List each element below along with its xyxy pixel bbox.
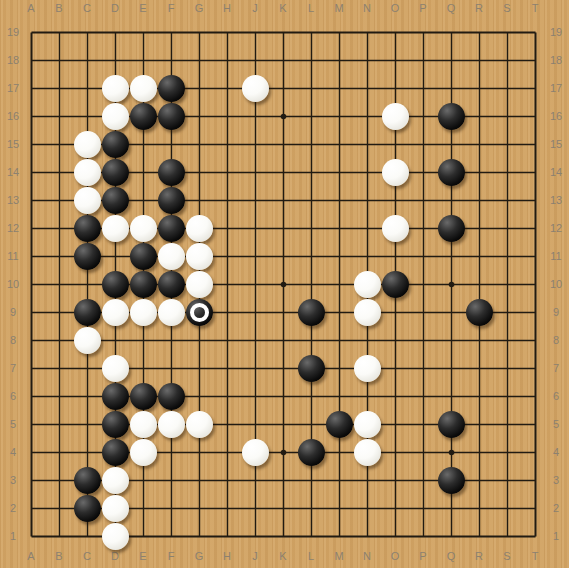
intersection-F14[interactable] [157,158,185,186]
intersection-M11[interactable] [325,242,353,270]
intersection-K14[interactable] [269,158,297,186]
intersection-L19[interactable] [297,18,325,46]
intersection-E14[interactable] [129,158,157,186]
intersection-K16[interactable] [269,102,297,130]
intersection-J13[interactable] [241,186,269,214]
intersection-Q9[interactable] [437,298,465,326]
intersection-N11[interactable] [353,242,381,270]
intersection-S1[interactable] [493,522,521,550]
intersection-T11[interactable] [521,242,549,270]
intersection-J6[interactable] [241,382,269,410]
intersection-Q1[interactable] [437,522,465,550]
intersection-R1[interactable] [465,522,493,550]
intersection-M15[interactable] [325,130,353,158]
intersection-G14[interactable] [185,158,213,186]
intersection-M4[interactable] [325,438,353,466]
intersection-D18[interactable] [101,46,129,74]
intersection-T16[interactable] [521,102,549,130]
intersection-R15[interactable] [465,130,493,158]
intersection-K3[interactable] [269,466,297,494]
intersection-S8[interactable] [493,326,521,354]
intersection-H16[interactable] [213,102,241,130]
intersection-K12[interactable] [269,214,297,242]
intersection-K6[interactable] [269,382,297,410]
intersection-O13[interactable] [381,186,409,214]
intersection-T19[interactable] [521,18,549,46]
intersection-C18[interactable] [73,46,101,74]
intersection-G2[interactable] [185,494,213,522]
intersection-E6[interactable] [129,382,157,410]
intersection-F18[interactable] [157,46,185,74]
intersection-Q5[interactable] [437,410,465,438]
intersection-C17[interactable] [73,74,101,102]
intersection-M9[interactable] [325,298,353,326]
intersection-Q2[interactable] [437,494,465,522]
intersection-C8[interactable] [73,326,101,354]
intersection-S10[interactable] [493,270,521,298]
intersection-T7[interactable] [521,354,549,382]
intersection-E18[interactable] [129,46,157,74]
intersection-E16[interactable] [129,102,157,130]
intersection-D15[interactable] [101,130,129,158]
intersection-F3[interactable] [157,466,185,494]
intersection-O18[interactable] [381,46,409,74]
intersection-F11[interactable] [157,242,185,270]
intersection-T18[interactable] [521,46,549,74]
intersection-L6[interactable] [297,382,325,410]
intersection-T4[interactable] [521,438,549,466]
intersection-D2[interactable] [101,494,129,522]
intersection-K7[interactable] [269,354,297,382]
intersection-J11[interactable] [241,242,269,270]
intersection-M3[interactable] [325,466,353,494]
intersection-K8[interactable] [269,326,297,354]
intersection-D16[interactable] [101,102,129,130]
intersection-H1[interactable] [213,522,241,550]
intersection-E4[interactable] [129,438,157,466]
intersection-P16[interactable] [409,102,437,130]
intersection-M12[interactable] [325,214,353,242]
intersection-C14[interactable] [73,158,101,186]
intersection-C12[interactable] [73,214,101,242]
intersection-T8[interactable] [521,326,549,354]
intersection-P11[interactable] [409,242,437,270]
intersection-K15[interactable] [269,130,297,158]
intersection-K10[interactable] [269,270,297,298]
intersection-N19[interactable] [353,18,381,46]
intersection-T17[interactable] [521,74,549,102]
intersection-P2[interactable] [409,494,437,522]
intersection-P3[interactable] [409,466,437,494]
intersection-K9[interactable] [269,298,297,326]
intersection-O16[interactable] [381,102,409,130]
intersection-S16[interactable] [493,102,521,130]
intersection-L7[interactable] [297,354,325,382]
intersection-H3[interactable] [213,466,241,494]
intersection-L15[interactable] [297,130,325,158]
intersection-T2[interactable] [521,494,549,522]
intersection-T10[interactable] [521,270,549,298]
intersection-R7[interactable] [465,354,493,382]
intersection-F9[interactable] [157,298,185,326]
intersection-S4[interactable] [493,438,521,466]
intersection-F4[interactable] [157,438,185,466]
intersection-L12[interactable] [297,214,325,242]
intersection-S3[interactable] [493,466,521,494]
intersection-L17[interactable] [297,74,325,102]
intersection-O6[interactable] [381,382,409,410]
intersection-T1[interactable] [521,522,549,550]
intersection-J16[interactable] [241,102,269,130]
intersection-F15[interactable] [157,130,185,158]
intersection-G15[interactable] [185,130,213,158]
intersection-G9[interactable] [185,298,213,326]
intersection-C2[interactable] [73,494,101,522]
intersection-A18[interactable] [17,46,45,74]
intersection-S7[interactable] [493,354,521,382]
intersection-T13[interactable] [521,186,549,214]
intersection-N14[interactable] [353,158,381,186]
intersection-A14[interactable] [17,158,45,186]
intersection-F12[interactable] [157,214,185,242]
intersection-Q6[interactable] [437,382,465,410]
intersection-A2[interactable] [17,494,45,522]
intersection-P19[interactable] [409,18,437,46]
intersection-B14[interactable] [45,158,73,186]
intersection-A6[interactable] [17,382,45,410]
intersection-F10[interactable] [157,270,185,298]
intersection-M6[interactable] [325,382,353,410]
intersection-A5[interactable] [17,410,45,438]
intersection-H12[interactable] [213,214,241,242]
intersection-H9[interactable] [213,298,241,326]
intersection-K19[interactable] [269,18,297,46]
intersection-K5[interactable] [269,410,297,438]
intersection-M2[interactable] [325,494,353,522]
intersection-Q8[interactable] [437,326,465,354]
intersection-C4[interactable] [73,438,101,466]
intersection-C10[interactable] [73,270,101,298]
intersection-N17[interactable] [353,74,381,102]
intersection-J7[interactable] [241,354,269,382]
intersection-F6[interactable] [157,382,185,410]
intersection-D11[interactable] [101,242,129,270]
intersection-S9[interactable] [493,298,521,326]
intersection-P18[interactable] [409,46,437,74]
intersection-R9[interactable] [465,298,493,326]
intersection-D19[interactable] [101,18,129,46]
intersection-Q14[interactable] [437,158,465,186]
intersection-E5[interactable] [129,410,157,438]
intersection-M1[interactable] [325,522,353,550]
intersection-H4[interactable] [213,438,241,466]
intersection-L11[interactable] [297,242,325,270]
intersection-S15[interactable] [493,130,521,158]
intersection-E19[interactable] [129,18,157,46]
intersection-N12[interactable] [353,214,381,242]
intersection-P9[interactable] [409,298,437,326]
intersection-N7[interactable] [353,354,381,382]
intersection-D3[interactable] [101,466,129,494]
intersection-O19[interactable] [381,18,409,46]
intersection-H7[interactable] [213,354,241,382]
intersection-A17[interactable] [17,74,45,102]
intersection-F2[interactable] [157,494,185,522]
intersection-O7[interactable] [381,354,409,382]
intersection-P10[interactable] [409,270,437,298]
intersection-H15[interactable] [213,130,241,158]
intersection-H8[interactable] [213,326,241,354]
intersection-D14[interactable] [101,158,129,186]
intersection-F16[interactable] [157,102,185,130]
intersection-D6[interactable] [101,382,129,410]
intersection-L18[interactable] [297,46,325,74]
intersection-R8[interactable] [465,326,493,354]
intersection-P7[interactable] [409,354,437,382]
intersection-C7[interactable] [73,354,101,382]
intersection-M7[interactable] [325,354,353,382]
intersection-B11[interactable] [45,242,73,270]
intersection-B17[interactable] [45,74,73,102]
intersection-A4[interactable] [17,438,45,466]
intersection-D5[interactable] [101,410,129,438]
intersection-J2[interactable] [241,494,269,522]
intersection-G4[interactable] [185,438,213,466]
intersection-S5[interactable] [493,410,521,438]
intersection-E7[interactable] [129,354,157,382]
intersection-R3[interactable] [465,466,493,494]
intersection-G13[interactable] [185,186,213,214]
intersection-J15[interactable] [241,130,269,158]
intersection-P6[interactable] [409,382,437,410]
intersection-B13[interactable] [45,186,73,214]
intersection-P8[interactable] [409,326,437,354]
intersection-O17[interactable] [381,74,409,102]
intersection-M17[interactable] [325,74,353,102]
intersection-C16[interactable] [73,102,101,130]
intersection-G17[interactable] [185,74,213,102]
intersection-M16[interactable] [325,102,353,130]
intersection-O2[interactable] [381,494,409,522]
intersection-C3[interactable] [73,466,101,494]
intersection-E8[interactable] [129,326,157,354]
intersection-Q10[interactable] [437,270,465,298]
intersection-L5[interactable] [297,410,325,438]
intersection-O8[interactable] [381,326,409,354]
intersection-S18[interactable] [493,46,521,74]
intersection-D10[interactable] [101,270,129,298]
intersection-Q17[interactable] [437,74,465,102]
intersection-F19[interactable] [157,18,185,46]
intersection-G7[interactable] [185,354,213,382]
intersection-T9[interactable] [521,298,549,326]
intersection-E13[interactable] [129,186,157,214]
intersection-G12[interactable] [185,214,213,242]
intersection-A10[interactable] [17,270,45,298]
intersection-J14[interactable] [241,158,269,186]
intersection-D7[interactable] [101,354,129,382]
intersection-A12[interactable] [17,214,45,242]
intersection-B19[interactable] [45,18,73,46]
intersection-M10[interactable] [325,270,353,298]
intersection-J12[interactable] [241,214,269,242]
intersection-B2[interactable] [45,494,73,522]
intersection-M18[interactable] [325,46,353,74]
intersection-S13[interactable] [493,186,521,214]
intersection-B6[interactable] [45,382,73,410]
intersection-D12[interactable] [101,214,129,242]
intersection-K17[interactable] [269,74,297,102]
intersection-Q13[interactable] [437,186,465,214]
intersection-D1[interactable] [101,522,129,550]
intersection-F17[interactable] [157,74,185,102]
intersection-T14[interactable] [521,158,549,186]
intersection-Q19[interactable] [437,18,465,46]
intersection-Q4[interactable] [437,438,465,466]
intersection-L2[interactable] [297,494,325,522]
intersection-A8[interactable] [17,326,45,354]
intersection-K2[interactable] [269,494,297,522]
intersection-H10[interactable] [213,270,241,298]
intersection-F1[interactable] [157,522,185,550]
intersection-O14[interactable] [381,158,409,186]
intersection-P4[interactable] [409,438,437,466]
intersection-S14[interactable] [493,158,521,186]
intersection-A1[interactable] [17,522,45,550]
intersection-G5[interactable] [185,410,213,438]
intersection-N8[interactable] [353,326,381,354]
intersection-S19[interactable] [493,18,521,46]
intersection-P5[interactable] [409,410,437,438]
intersection-M8[interactable] [325,326,353,354]
intersection-K13[interactable] [269,186,297,214]
intersection-B4[interactable] [45,438,73,466]
intersection-Q3[interactable] [437,466,465,494]
intersection-O12[interactable] [381,214,409,242]
intersection-C6[interactable] [73,382,101,410]
intersection-D9[interactable] [101,298,129,326]
intersection-G11[interactable] [185,242,213,270]
intersection-A13[interactable] [17,186,45,214]
intersection-J9[interactable] [241,298,269,326]
intersection-S12[interactable] [493,214,521,242]
intersection-O15[interactable] [381,130,409,158]
intersection-L1[interactable] [297,522,325,550]
intersection-B16[interactable] [45,102,73,130]
intersection-L10[interactable] [297,270,325,298]
intersection-F7[interactable] [157,354,185,382]
intersection-L13[interactable] [297,186,325,214]
intersection-Q18[interactable] [437,46,465,74]
intersection-J3[interactable] [241,466,269,494]
intersection-C1[interactable] [73,522,101,550]
intersection-C13[interactable] [73,186,101,214]
intersection-J5[interactable] [241,410,269,438]
intersection-R16[interactable] [465,102,493,130]
intersection-D8[interactable] [101,326,129,354]
intersection-P17[interactable] [409,74,437,102]
intersection-D13[interactable] [101,186,129,214]
intersection-J4[interactable] [241,438,269,466]
intersection-O5[interactable] [381,410,409,438]
intersection-A15[interactable] [17,130,45,158]
intersection-J17[interactable] [241,74,269,102]
intersection-F5[interactable] [157,410,185,438]
intersection-T6[interactable] [521,382,549,410]
intersection-L9[interactable] [297,298,325,326]
intersection-T3[interactable] [521,466,549,494]
intersection-O11[interactable] [381,242,409,270]
intersection-J10[interactable] [241,270,269,298]
intersection-M19[interactable] [325,18,353,46]
intersection-H11[interactable] [213,242,241,270]
intersection-E17[interactable] [129,74,157,102]
intersection-N16[interactable] [353,102,381,130]
intersection-B8[interactable] [45,326,73,354]
intersection-H6[interactable] [213,382,241,410]
intersection-F13[interactable] [157,186,185,214]
intersection-R18[interactable] [465,46,493,74]
intersection-R2[interactable] [465,494,493,522]
intersection-N1[interactable] [353,522,381,550]
intersection-J19[interactable] [241,18,269,46]
intersection-E2[interactable] [129,494,157,522]
intersection-B18[interactable] [45,46,73,74]
intersection-T12[interactable] [521,214,549,242]
intersection-Q15[interactable] [437,130,465,158]
intersection-B12[interactable] [45,214,73,242]
intersection-O9[interactable] [381,298,409,326]
intersection-K11[interactable] [269,242,297,270]
intersection-G19[interactable] [185,18,213,46]
intersection-O1[interactable] [381,522,409,550]
intersection-B5[interactable] [45,410,73,438]
intersection-F8[interactable] [157,326,185,354]
intersection-Q11[interactable] [437,242,465,270]
intersection-S11[interactable] [493,242,521,270]
intersection-H14[interactable] [213,158,241,186]
intersection-R4[interactable] [465,438,493,466]
intersection-P14[interactable] [409,158,437,186]
intersection-Q16[interactable] [437,102,465,130]
intersection-R13[interactable] [465,186,493,214]
intersection-G10[interactable] [185,270,213,298]
intersection-A16[interactable] [17,102,45,130]
intersection-B1[interactable] [45,522,73,550]
intersection-E1[interactable] [129,522,157,550]
intersection-H17[interactable] [213,74,241,102]
intersection-N3[interactable] [353,466,381,494]
intersection-G16[interactable] [185,102,213,130]
intersection-N10[interactable] [353,270,381,298]
intersection-L4[interactable] [297,438,325,466]
intersection-D4[interactable] [101,438,129,466]
intersection-M5[interactable] [325,410,353,438]
intersection-H5[interactable] [213,410,241,438]
intersection-J1[interactable] [241,522,269,550]
intersection-L3[interactable] [297,466,325,494]
intersection-E3[interactable] [129,466,157,494]
intersection-E9[interactable] [129,298,157,326]
intersection-N15[interactable] [353,130,381,158]
intersection-R19[interactable] [465,18,493,46]
intersection-P1[interactable] [409,522,437,550]
intersection-H19[interactable] [213,18,241,46]
intersection-N13[interactable] [353,186,381,214]
intersection-G6[interactable] [185,382,213,410]
intersection-K18[interactable] [269,46,297,74]
intersection-G8[interactable] [185,326,213,354]
